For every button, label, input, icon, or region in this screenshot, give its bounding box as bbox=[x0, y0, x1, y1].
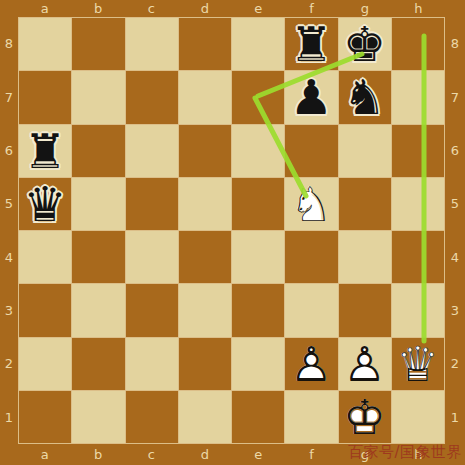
white-king-outline: ♔ bbox=[339, 391, 391, 443]
square-g6[interactable] bbox=[339, 125, 391, 177]
square-g3[interactable] bbox=[339, 284, 391, 336]
square-e3[interactable] bbox=[232, 284, 284, 336]
square-g4[interactable] bbox=[339, 231, 391, 283]
file-label-top-c: c bbox=[125, 0, 178, 17]
square-a1[interactable] bbox=[19, 391, 71, 443]
square-d5[interactable] bbox=[179, 178, 231, 230]
square-b2[interactable] bbox=[72, 338, 124, 390]
file-label-top-h: h bbox=[392, 0, 445, 17]
black-knight-glyph: ♞ bbox=[339, 71, 391, 123]
square-h8[interactable] bbox=[392, 18, 444, 70]
square-h1[interactable] bbox=[392, 391, 444, 443]
square-h6[interactable] bbox=[392, 125, 444, 177]
white-knight-outline: ♘ bbox=[285, 178, 337, 230]
square-e8[interactable] bbox=[232, 18, 284, 70]
white-queen-outline: ♕ bbox=[392, 338, 444, 390]
piece-black-knight[interactable]: ♞ bbox=[339, 71, 391, 123]
file-label-bottom-b: b bbox=[71, 444, 124, 465]
square-d8[interactable] bbox=[179, 18, 231, 70]
file-label-top-b: b bbox=[71, 0, 124, 17]
square-f7[interactable]: ♟ bbox=[285, 71, 337, 123]
rank-label-right-2: 2 bbox=[445, 337, 465, 390]
square-d4[interactable] bbox=[179, 231, 231, 283]
piece-black-pawn[interactable]: ♟ bbox=[285, 71, 337, 123]
square-c4[interactable] bbox=[126, 231, 178, 283]
square-d6[interactable] bbox=[179, 125, 231, 177]
rank-label-right-3: 3 bbox=[445, 284, 465, 337]
square-e6[interactable] bbox=[232, 125, 284, 177]
rank-label-right-8: 8 bbox=[445, 17, 465, 70]
file-label-top-g: g bbox=[338, 0, 391, 17]
file-label-bottom-c: c bbox=[125, 444, 178, 465]
rank-label-left-8: 8 bbox=[0, 17, 18, 70]
chess-board-screenshot: abcdefgh abcdefgh 87654321 87654321 ♜♚♟♞… bbox=[0, 0, 465, 465]
square-e4[interactable] bbox=[232, 231, 284, 283]
square-c8[interactable] bbox=[126, 18, 178, 70]
square-h5[interactable] bbox=[392, 178, 444, 230]
piece-white-pawn[interactable]: ♟♙ bbox=[339, 338, 391, 390]
square-g8[interactable]: ♚ bbox=[339, 18, 391, 70]
square-g7[interactable]: ♞ bbox=[339, 71, 391, 123]
rank-label-right-7: 7 bbox=[445, 70, 465, 123]
file-labels-top: abcdefgh bbox=[18, 0, 445, 17]
black-rook-glyph: ♜ bbox=[19, 125, 71, 177]
square-f8[interactable]: ♜ bbox=[285, 18, 337, 70]
square-a2[interactable] bbox=[19, 338, 71, 390]
rank-labels-left: 87654321 bbox=[0, 17, 18, 444]
watermark: 百家号/国象世界 bbox=[348, 443, 462, 462]
square-c2[interactable] bbox=[126, 338, 178, 390]
file-label-top-a: a bbox=[18, 0, 71, 17]
square-g5[interactable] bbox=[339, 178, 391, 230]
square-f5[interactable]: ♞♘ bbox=[285, 178, 337, 230]
square-e7[interactable] bbox=[232, 71, 284, 123]
file-label-top-f: f bbox=[285, 0, 338, 17]
rank-label-left-5: 5 bbox=[0, 177, 18, 230]
square-h4[interactable] bbox=[392, 231, 444, 283]
square-b8[interactable] bbox=[72, 18, 124, 70]
square-b7[interactable] bbox=[72, 71, 124, 123]
square-d3[interactable] bbox=[179, 284, 231, 336]
white-pawn-outline: ♙ bbox=[339, 338, 391, 390]
chess-board[interactable]: ♜♚♟♞♜♛♞♘♟♙♟♙♛♕♚♔ bbox=[18, 17, 445, 444]
black-pawn-glyph: ♟ bbox=[285, 71, 337, 123]
square-a7[interactable] bbox=[19, 71, 71, 123]
square-f3[interactable] bbox=[285, 284, 337, 336]
rank-label-left-3: 3 bbox=[0, 284, 18, 337]
file-label-bottom-f: f bbox=[285, 444, 338, 465]
file-label-bottom-d: d bbox=[178, 444, 231, 465]
file-label-top-d: d bbox=[178, 0, 231, 17]
file-label-bottom-a: a bbox=[18, 444, 71, 465]
square-b5[interactable] bbox=[72, 178, 124, 230]
square-a3[interactable] bbox=[19, 284, 71, 336]
square-g1[interactable]: ♚♔ bbox=[339, 391, 391, 443]
square-c6[interactable] bbox=[126, 125, 178, 177]
square-b1[interactable] bbox=[72, 391, 124, 443]
rank-label-right-1: 1 bbox=[445, 391, 465, 444]
black-king-glyph: ♚ bbox=[339, 18, 391, 70]
rank-label-left-6: 6 bbox=[0, 124, 18, 177]
square-e5[interactable] bbox=[232, 178, 284, 230]
square-a5[interactable]: ♛ bbox=[19, 178, 71, 230]
square-f4[interactable] bbox=[285, 231, 337, 283]
square-a4[interactable] bbox=[19, 231, 71, 283]
square-f2[interactable]: ♟♙ bbox=[285, 338, 337, 390]
rank-label-right-5: 5 bbox=[445, 177, 465, 230]
square-d2[interactable] bbox=[179, 338, 231, 390]
square-h2[interactable]: ♛♕ bbox=[392, 338, 444, 390]
square-a6[interactable]: ♜ bbox=[19, 125, 71, 177]
rank-label-right-6: 6 bbox=[445, 124, 465, 177]
piece-white-king[interactable]: ♚♔ bbox=[339, 391, 391, 443]
square-e2[interactable] bbox=[232, 338, 284, 390]
piece-black-queen[interactable]: ♛ bbox=[19, 178, 71, 230]
square-h7[interactable] bbox=[392, 71, 444, 123]
square-c5[interactable] bbox=[126, 178, 178, 230]
square-b4[interactable] bbox=[72, 231, 124, 283]
piece-black-rook[interactable]: ♜ bbox=[19, 125, 71, 177]
square-f1[interactable] bbox=[285, 391, 337, 443]
file-label-bottom-e: e bbox=[232, 444, 285, 465]
piece-white-pawn[interactable]: ♟♙ bbox=[285, 338, 337, 390]
square-c3[interactable] bbox=[126, 284, 178, 336]
square-h3[interactable] bbox=[392, 284, 444, 336]
square-e1[interactable] bbox=[232, 391, 284, 443]
square-f6[interactable] bbox=[285, 125, 337, 177]
square-c7[interactable] bbox=[126, 71, 178, 123]
square-c1[interactable] bbox=[126, 391, 178, 443]
piece-black-king[interactable]: ♚ bbox=[339, 18, 391, 70]
file-label-top-e: e bbox=[232, 0, 285, 17]
piece-black-rook[interactable]: ♜ bbox=[285, 18, 337, 70]
piece-white-knight[interactable]: ♞♘ bbox=[285, 178, 337, 230]
piece-white-queen[interactable]: ♛♕ bbox=[392, 338, 444, 390]
square-d1[interactable] bbox=[179, 391, 231, 443]
black-rook-glyph: ♜ bbox=[285, 18, 337, 70]
rank-label-right-4: 4 bbox=[445, 231, 465, 284]
rank-label-left-1: 1 bbox=[0, 391, 18, 444]
square-a8[interactable] bbox=[19, 18, 71, 70]
black-queen-glyph: ♛ bbox=[19, 178, 71, 230]
rank-label-left-2: 2 bbox=[0, 337, 18, 390]
rank-labels-right: 87654321 bbox=[445, 17, 465, 444]
square-b3[interactable] bbox=[72, 284, 124, 336]
square-d7[interactable] bbox=[179, 71, 231, 123]
square-g2[interactable]: ♟♙ bbox=[339, 338, 391, 390]
square-b6[interactable] bbox=[72, 125, 124, 177]
rank-label-left-4: 4 bbox=[0, 231, 18, 284]
rank-label-left-7: 7 bbox=[0, 70, 18, 123]
white-pawn-outline: ♙ bbox=[285, 338, 337, 390]
